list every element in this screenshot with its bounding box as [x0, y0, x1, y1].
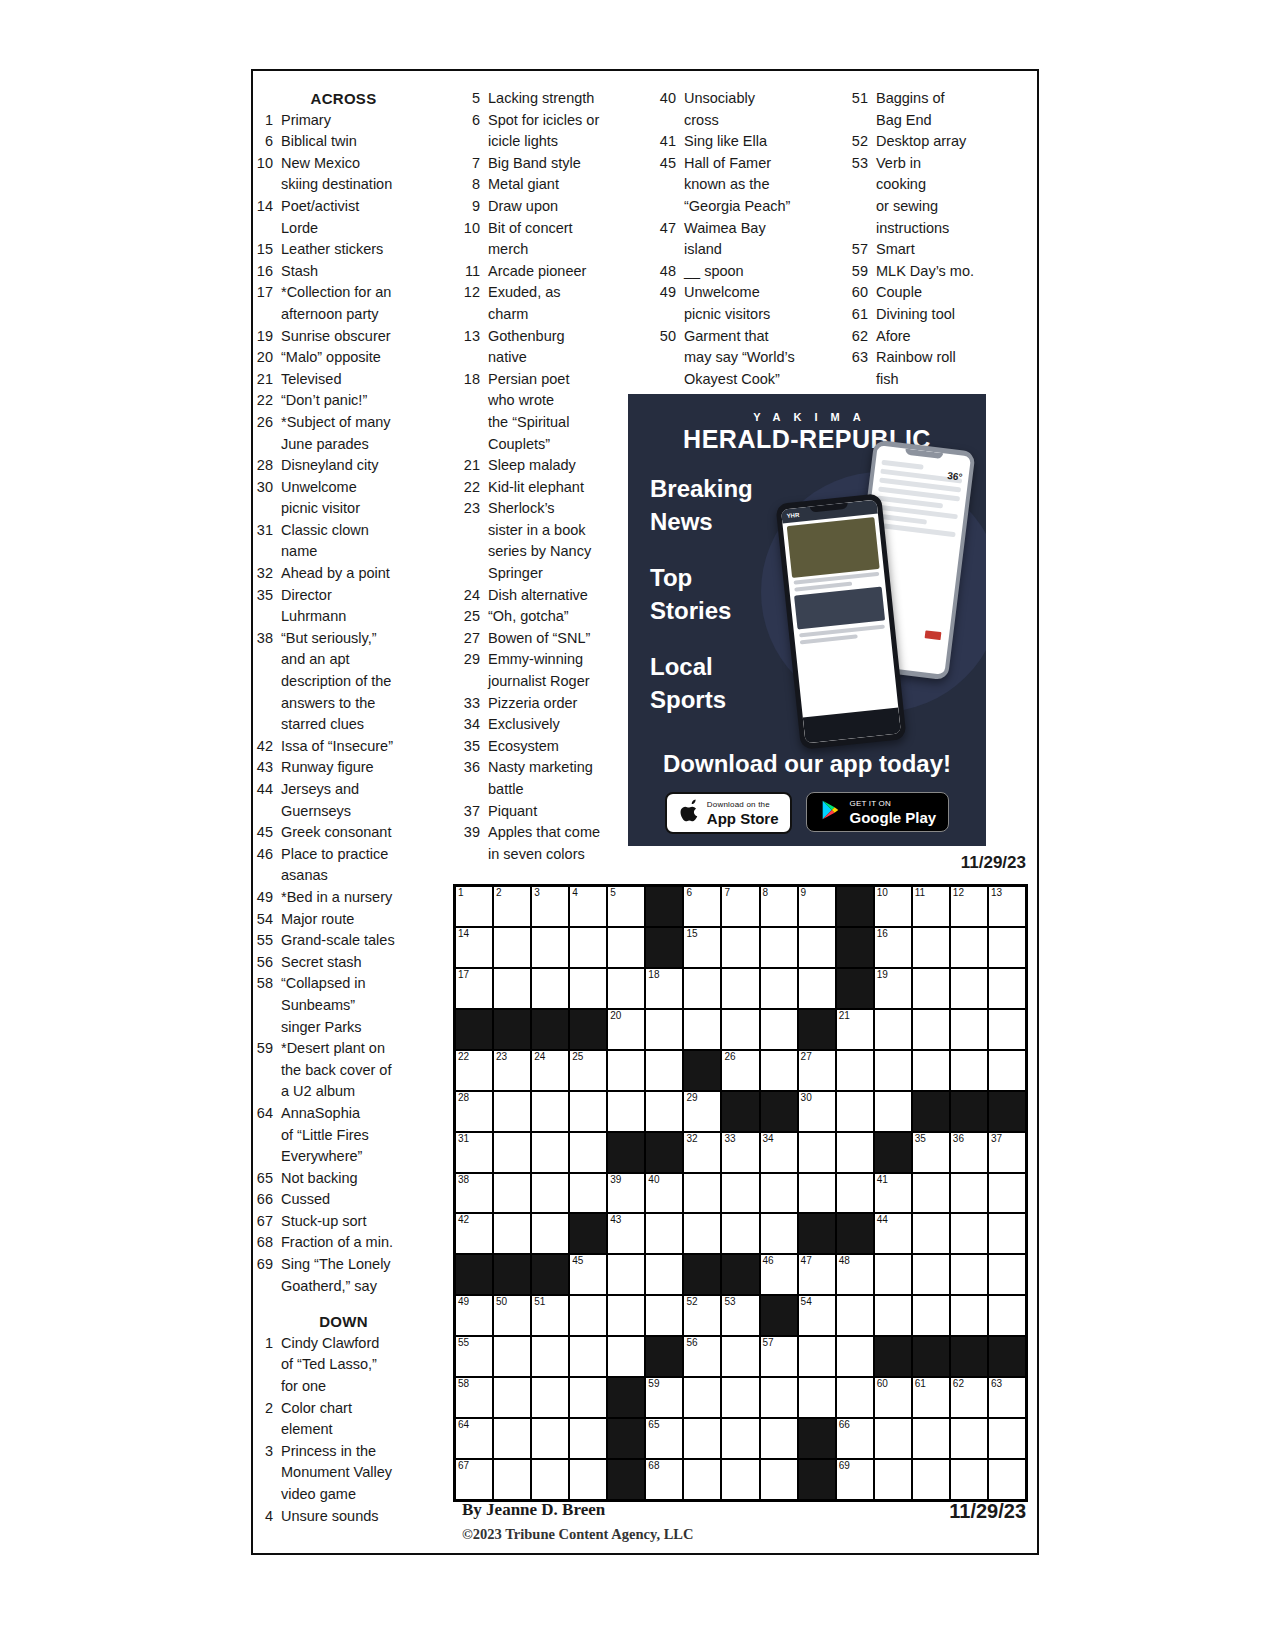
grid-cell-r9c1[interactable]: 42: [455, 1213, 493, 1254]
clue-text: New Mexico skiing destination: [281, 153, 435, 196]
grid-cell-r6c5[interactable]: [607, 1091, 645, 1132]
cell-number-29: 29: [686, 1092, 697, 1104]
grid-cell-r11c7[interactable]: 52: [683, 1295, 721, 1336]
grid-cell-r8c4[interactable]: [569, 1173, 607, 1214]
grid-cell-r10c5[interactable]: [607, 1254, 645, 1295]
grid-cell-black-r7c12: [874, 1132, 912, 1173]
grid-cell-r15c6[interactable]: 68: [645, 1459, 683, 1500]
cell-number-20: 20: [610, 1010, 621, 1022]
grid-cell-r8c9[interactable]: [760, 1173, 798, 1214]
cell-number-25: 25: [572, 1051, 583, 1063]
grid-cell-r6c7[interactable]: 29: [683, 1091, 721, 1132]
grid-cell-r3c5[interactable]: [607, 968, 645, 1009]
grid-cell-r14c15[interactable]: [988, 1418, 1026, 1459]
grid-cell-r4c5[interactable]: 20: [607, 1009, 645, 1050]
grid-cell-r11c8[interactable]: 53: [721, 1295, 759, 1336]
grid-cell-r14c4[interactable]: [569, 1418, 607, 1459]
clue-number: 2: [252, 1398, 273, 1441]
grid-cell-r1c8[interactable]: 7: [721, 886, 759, 927]
grid-cell-r7c13[interactable]: 35: [912, 1132, 950, 1173]
clue-down-1: 1Cindy Clawford of “Ted Lasso,” for one: [252, 1333, 435, 1398]
clue-number: 35: [252, 585, 273, 628]
grid-cell-r1c15[interactable]: 13: [988, 886, 1026, 927]
grid-cell-r13c4[interactable]: [569, 1377, 607, 1418]
grid-cell-r14c8[interactable]: [721, 1418, 759, 1459]
grid-cell-r14c1[interactable]: 64: [455, 1418, 493, 1459]
cell-number-3: 3: [534, 887, 540, 899]
grid-cell-black-r14c5: [607, 1418, 645, 1459]
grid-cell-r3c1[interactable]: 17: [455, 968, 493, 1009]
grid-cell-r9c12[interactable]: 44: [874, 1213, 912, 1254]
grid-cell-r3c7[interactable]: [683, 968, 721, 1009]
grid-cell-r2c5[interactable]: [607, 927, 645, 968]
grid-cell-r4c13[interactable]: [912, 1009, 950, 1050]
grid-cell-r2c8[interactable]: [721, 927, 759, 968]
grid-cell-r1c9[interactable]: 8: [760, 886, 798, 927]
grid-cell-r6c10[interactable]: 30: [798, 1091, 836, 1132]
clue-text: Sing “The Lonely Goatherd,” say: [281, 1254, 435, 1297]
clue-number: 59: [252, 1038, 273, 1103]
grid-cell-r7c2[interactable]: [493, 1132, 531, 1173]
grid-cell-r4c9[interactable]: [760, 1009, 798, 1050]
clue-text: MLK Day’s mo.: [876, 261, 1002, 283]
grid-cell-r10c9[interactable]: 46: [760, 1254, 798, 1295]
grid-cell-r12c3[interactable]: [531, 1336, 569, 1377]
clue-number: 35: [454, 736, 480, 758]
cell-number-51: 51: [534, 1296, 545, 1308]
grid-cell-r2c1[interactable]: 14: [455, 927, 493, 968]
cell-number-1: 1: [458, 887, 464, 899]
grid-cell-r5c6[interactable]: [645, 1050, 683, 1091]
grid-cell-r8c11[interactable]: [836, 1173, 874, 1214]
grid-cell-r1c2[interactable]: 2: [493, 886, 531, 927]
grid-cell-r14c3[interactable]: [531, 1418, 569, 1459]
grid-cell-r9c9[interactable]: [760, 1213, 798, 1254]
grid-cell-black-r4c3: [531, 1009, 569, 1050]
cell-number-66: 66: [839, 1419, 850, 1431]
cell-number-62: 62: [953, 1378, 964, 1390]
clue-number: 21: [454, 455, 480, 477]
grid-cell-r12c4[interactable]: [569, 1336, 607, 1377]
grid-cell-r4c6[interactable]: [645, 1009, 683, 1050]
grid-cell-r1c4[interactable]: 4: [569, 886, 607, 927]
grid-cell-r5c5[interactable]: [607, 1050, 645, 1091]
grid-cell-r14c6[interactable]: 65: [645, 1418, 683, 1459]
clue-number: 43: [252, 757, 273, 779]
cell-number-4: 4: [572, 887, 578, 899]
grid-cell-r12c2[interactable]: [493, 1336, 531, 1377]
grid-cell-r8c14[interactable]: [950, 1173, 988, 1214]
clue-text: Disneyland city: [281, 455, 435, 477]
clue-text: Kid-lit elephant: [488, 477, 624, 499]
grid-cell-r7c4[interactable]: [569, 1132, 607, 1173]
grid-cell-black-r15c10: [798, 1459, 836, 1500]
grid-cell-r10c15[interactable]: [988, 1254, 1026, 1295]
grid-cell-r14c13[interactable]: [912, 1418, 950, 1459]
grid-cell-r11c15[interactable]: [988, 1295, 1026, 1336]
clue-number: 58: [252, 973, 273, 1038]
grid-cell-r8c1[interactable]: 38: [455, 1173, 493, 1214]
app-store-badge[interactable]: Download on the App Store: [665, 792, 793, 834]
grid-cell-r13c6[interactable]: 59: [645, 1377, 683, 1418]
clue-text: Sherlock’s sister in a book series by Na…: [488, 498, 624, 584]
clue-number: 53: [842, 153, 868, 239]
grid-cell-r10c11[interactable]: 48: [836, 1254, 874, 1295]
clue-text: “Malo” opposite: [281, 347, 435, 369]
clue-number: 32: [252, 563, 273, 585]
grid-cell-r11c5[interactable]: [607, 1295, 645, 1336]
grid-cell-r7c1[interactable]: 31: [455, 1132, 493, 1173]
clue-text: Waimea Bay island: [684, 218, 812, 261]
clue-across-67: 67Stuck-up sort: [252, 1211, 435, 1233]
grid-cell-r13c13[interactable]: 61: [912, 1377, 950, 1418]
grid-cell-r9c6[interactable]: [645, 1213, 683, 1254]
phone-footer-photo: [803, 707, 901, 743]
grid-cell-r8c2[interactable]: [493, 1173, 531, 1214]
grid-cell-r3c2[interactable]: [493, 968, 531, 1009]
grid-cell-r11c14[interactable]: [950, 1295, 988, 1336]
grid-cell-r8c7[interactable]: [683, 1173, 721, 1214]
google-play-badge-label: Google Play: [849, 810, 936, 825]
grid-cell-r6c6[interactable]: [645, 1091, 683, 1132]
clue-text: Leather stickers: [281, 239, 435, 261]
grid-cell-r14c7[interactable]: [683, 1418, 721, 1459]
grid-cell-r7c11[interactable]: [836, 1132, 874, 1173]
clue-down-48: 48__ spoon: [650, 261, 812, 283]
clue-number: 13: [454, 326, 480, 369]
grid-cell-r15c3[interactable]: [531, 1459, 569, 1500]
grid-cell-r12c5[interactable]: [607, 1336, 645, 1377]
grid-cell-r10c6[interactable]: [645, 1254, 683, 1295]
grid-cell-r14c12[interactable]: [874, 1418, 912, 1459]
grid-cell-r11c6[interactable]: [645, 1295, 683, 1336]
grid-cell-r4c15[interactable]: [988, 1009, 1026, 1050]
grid-cell-r7c8[interactable]: 33: [721, 1132, 759, 1173]
grid-cell-r15c4[interactable]: [569, 1459, 607, 1500]
grid-cell-r8c6[interactable]: 40: [645, 1173, 683, 1214]
grid-cell-r13c15[interactable]: 63: [988, 1377, 1026, 1418]
grid-cell-r8c12[interactable]: 41: [874, 1173, 912, 1214]
down-clue-list-2: 5Lacking strength6Spot for icicles or ic…: [454, 88, 624, 865]
grid-cell-r1c5[interactable]: 5: [607, 886, 645, 927]
grid-cell-r13c2[interactable]: [493, 1377, 531, 1418]
grid-cell-r15c15[interactable]: [988, 1459, 1026, 1500]
across-header: ACROSS: [252, 88, 435, 110]
grid-cell-r5c15[interactable]: [988, 1050, 1026, 1091]
clue-down-62: 62Afore: [842, 326, 1002, 348]
grid-cell-r15c14[interactable]: [950, 1459, 988, 1500]
grid-cell-r2c15[interactable]: [988, 927, 1026, 968]
grid-cell-r7c15[interactable]: 37: [988, 1132, 1026, 1173]
grid-cell-r13c9[interactable]: [760, 1377, 798, 1418]
grid-cell-r9c8[interactable]: [721, 1213, 759, 1254]
grid-cell-r12c8[interactable]: [721, 1336, 759, 1377]
clue-number: 1: [252, 110, 273, 132]
grid-cell-r12c10[interactable]: [798, 1336, 836, 1377]
clue-column-2: 5Lacking strength6Spot for icicles or ic…: [454, 88, 624, 865]
cell-number-43: 43: [610, 1214, 621, 1226]
grid-cell-r10c4[interactable]: 45: [569, 1254, 607, 1295]
grid-cell-r5c1[interactable]: 22: [455, 1050, 493, 1091]
grid-cell-r5c8[interactable]: 26: [721, 1050, 759, 1091]
grid-cell-r3c9[interactable]: [760, 968, 798, 1009]
grid-cell-r10c12[interactable]: [874, 1254, 912, 1295]
grid-cell-r3c15[interactable]: [988, 968, 1026, 1009]
grid-cell-r7c14[interactable]: 36: [950, 1132, 988, 1173]
grid-cell-black-r12c6: [645, 1336, 683, 1377]
grid-cell-r3c12[interactable]: 19: [874, 968, 912, 1009]
clue-text: Jerseys and Guernseys: [281, 779, 435, 822]
grid-cell-r1c13[interactable]: 11: [912, 886, 950, 927]
grid-cell-r8c15[interactable]: [988, 1173, 1026, 1214]
cell-number-37: 37: [991, 1133, 1002, 1145]
grid-cell-r9c2[interactable]: [493, 1213, 531, 1254]
clue-down-63: 63Rainbow roll fish: [842, 347, 1002, 390]
grid-cell-black-r10c1: [455, 1254, 493, 1295]
clue-across-22: 22“Don’t panic!”: [252, 390, 435, 412]
grid-cell-r13c8[interactable]: [721, 1377, 759, 1418]
grid-cell-r8c8[interactable]: [721, 1173, 759, 1214]
clue-across-16: 16Stash: [252, 261, 435, 283]
grid-cell-r15c13[interactable]: [912, 1459, 950, 1500]
cell-number-32: 32: [686, 1133, 697, 1145]
clue-number: 22: [454, 477, 480, 499]
grid-cell-r6c4[interactable]: [569, 1091, 607, 1132]
grid-cell-r15c11[interactable]: 69: [836, 1459, 874, 1500]
grid-cell-r6c1[interactable]: 28: [455, 1091, 493, 1132]
cell-number-61: 61: [915, 1378, 926, 1390]
grid-cell-r8c13[interactable]: [912, 1173, 950, 1214]
grid-cell-r5c2[interactable]: 23: [493, 1050, 531, 1091]
grid-cell-r3c13[interactable]: [912, 968, 950, 1009]
grid-cell-black-r4c4: [569, 1009, 607, 1050]
grid-cell-r5c12[interactable]: [874, 1050, 912, 1091]
grid-cell-r1c7[interactable]: 6: [683, 886, 721, 927]
grid-cell-r5c11[interactable]: [836, 1050, 874, 1091]
clue-down-27: 27Bowen of “SNL”: [454, 628, 624, 650]
grid-cell-r11c13[interactable]: [912, 1295, 950, 1336]
clue-across-59: 59*Desert plant on the back cover of a U…: [252, 1038, 435, 1103]
grid-cell-r14c9[interactable]: [760, 1418, 798, 1459]
grid-cell-r4c14[interactable]: [950, 1009, 988, 1050]
grid-cell-r12c7[interactable]: 56: [683, 1336, 721, 1377]
grid-cell-r2c2[interactable]: [493, 927, 531, 968]
clue-number: 62: [842, 326, 868, 348]
grid-cell-r13c10[interactable]: [798, 1377, 836, 1418]
clue-text: Spot for icicles or icicle lights: [488, 110, 624, 153]
grid-cell-r13c7[interactable]: [683, 1377, 721, 1418]
grid-cell-r9c14[interactable]: [950, 1213, 988, 1254]
grid-cell-r4c8[interactable]: [721, 1009, 759, 1050]
cell-number-67: 67: [458, 1460, 469, 1472]
clue-down-61: 61Divining tool: [842, 304, 1002, 326]
grid-cell-r5c9[interactable]: [760, 1050, 798, 1091]
grid-cell-r8c10[interactable]: [798, 1173, 836, 1214]
grid-cell-r15c1[interactable]: 67: [455, 1459, 493, 1500]
grid-cell-r3c10[interactable]: [798, 968, 836, 1009]
grid-cell-r11c1[interactable]: 49: [455, 1295, 493, 1336]
grid-cell-r4c7[interactable]: [683, 1009, 721, 1050]
clue-number: 68: [252, 1232, 273, 1254]
grid-cell-r15c8[interactable]: [721, 1459, 759, 1500]
grid-cell-r11c3[interactable]: 51: [531, 1295, 569, 1336]
cell-number-53: 53: [724, 1296, 735, 1308]
clue-number: 21: [252, 369, 273, 391]
grid-cell-r1c12[interactable]: 10: [874, 886, 912, 927]
grid-cell-r11c11[interactable]: [836, 1295, 874, 1336]
grid-cell-r7c7[interactable]: 32: [683, 1132, 721, 1173]
grid-cell-r10c14[interactable]: [950, 1254, 988, 1295]
grid-cell-r9c15[interactable]: [988, 1213, 1026, 1254]
grid-cell-r2c14[interactable]: [950, 927, 988, 968]
grid-cell-black-r5c7: [683, 1050, 721, 1091]
clue-number: 14: [252, 196, 273, 239]
clue-number: 28: [252, 455, 273, 477]
grid-cell-r13c3[interactable]: [531, 1377, 569, 1418]
grid-cell-r2c3[interactable]: [531, 927, 569, 968]
grid-cell-r10c13[interactable]: [912, 1254, 950, 1295]
grid-cell-r5c3[interactable]: 24: [531, 1050, 569, 1091]
clue-text: Televised: [281, 369, 435, 391]
grid-cell-r12c1[interactable]: 55: [455, 1336, 493, 1377]
grid-cell-r1c1[interactable]: 1: [455, 886, 493, 927]
grid-cell-r5c4[interactable]: 25: [569, 1050, 607, 1091]
grid-cell-black-r1c11: [836, 886, 874, 927]
grid-cell-r3c6[interactable]: 18: [645, 968, 683, 1009]
grid-cell-r7c10[interactable]: [798, 1132, 836, 1173]
grid-cell-black-r11c9: [760, 1295, 798, 1336]
grid-cell-r4c11[interactable]: 21: [836, 1009, 874, 1050]
grid-cell-r4c12[interactable]: [874, 1009, 912, 1050]
grid-cell-r13c11[interactable]: [836, 1377, 874, 1418]
clue-text: Secret stash: [281, 952, 435, 974]
google-play-badge[interactable]: GET IT ON Google Play: [806, 792, 949, 832]
grid-cell-r9c7[interactable]: [683, 1213, 721, 1254]
clue-number: 9: [454, 196, 480, 218]
clue-number: 41: [650, 131, 676, 153]
clue-number: 22: [252, 390, 273, 412]
grid-cell-r12c9[interactable]: 57: [760, 1336, 798, 1377]
clue-across-31: 31Classic clown name: [252, 520, 435, 563]
grid-cell-black-r9c10: [798, 1213, 836, 1254]
clue-text: Runway figure: [281, 757, 435, 779]
grid-cell-r3c4[interactable]: [569, 968, 607, 1009]
grid-cell-r11c10[interactable]: 54: [798, 1295, 836, 1336]
clue-text: Sunrise obscurer: [281, 326, 435, 348]
grid-cell-r2c12[interactable]: 16: [874, 927, 912, 968]
grid-cell-r15c12[interactable]: [874, 1459, 912, 1500]
google-play-badge-kicker: GET IT ON: [849, 800, 936, 808]
grid-cell-r2c13[interactable]: [912, 927, 950, 968]
grid-cell-r9c5[interactable]: 43: [607, 1213, 645, 1254]
grid-cell-r9c3[interactable]: [531, 1213, 569, 1254]
grid-cell-r12c11[interactable]: [836, 1336, 874, 1377]
clue-text: Director Luhrmann: [281, 585, 435, 628]
cell-number-26: 26: [724, 1051, 735, 1063]
grid-cell-r3c14[interactable]: [950, 968, 988, 1009]
clue-text: Primary: [281, 110, 435, 132]
grid-cell-r5c13[interactable]: [912, 1050, 950, 1091]
clue-across-20: 20“Malo” opposite: [252, 347, 435, 369]
grid-cell-r2c4[interactable]: [569, 927, 607, 968]
puzzle-date-top: 11/29/23: [830, 853, 1026, 873]
grid-cell-r13c12[interactable]: 60: [874, 1377, 912, 1418]
grid-cell-r15c2[interactable]: [493, 1459, 531, 1500]
clue-down-8: 8Metal giant: [454, 174, 624, 196]
grid-cell-r7c3[interactable]: [531, 1132, 569, 1173]
cell-number-2: 2: [496, 887, 502, 899]
grid-cell-r15c9[interactable]: [760, 1459, 798, 1500]
clue-across-17: 17*Collection for an afternoon party: [252, 282, 435, 325]
grid-cell-r5c10[interactable]: 27: [798, 1050, 836, 1091]
clue-number: 30: [252, 477, 273, 520]
clue-down-35: 35Ecosystem: [454, 736, 624, 758]
grid-cell-r1c3[interactable]: 3: [531, 886, 569, 927]
cell-number-30: 30: [801, 1092, 812, 1104]
cell-number-63: 63: [991, 1378, 1002, 1390]
ad-brand-kicker: YAKIMA: [628, 411, 986, 423]
clue-number: 36: [454, 757, 480, 800]
grid-cell-black-r3c11: [836, 968, 874, 1009]
grid-cell-r11c12[interactable]: [874, 1295, 912, 1336]
grid-cell-r13c1[interactable]: 58: [455, 1377, 493, 1418]
grid-cell-r7c9[interactable]: 34: [760, 1132, 798, 1173]
clue-down-10: 10Bit of concert merch: [454, 218, 624, 261]
grid-cell-r5c14[interactable]: [950, 1050, 988, 1091]
clue-number: 64: [252, 1103, 273, 1168]
grid-cell-r2c9[interactable]: [760, 927, 798, 968]
grid-cell-r6c11[interactable]: [836, 1091, 874, 1132]
grid-cell-r3c3[interactable]: [531, 968, 569, 1009]
grid-cell-r11c4[interactable]: [569, 1295, 607, 1336]
clue-across-54: 54Major route: [252, 909, 435, 931]
grid-cell-r13c14[interactable]: 62: [950, 1377, 988, 1418]
grid-cell-r8c5[interactable]: 39: [607, 1173, 645, 1214]
grid-cell-r6c12[interactable]: [874, 1091, 912, 1132]
clue-down-57: 57Smart: [842, 239, 1002, 261]
cell-number-5: 5: [610, 887, 616, 899]
grid-cell-r6c3[interactable]: [531, 1091, 569, 1132]
grid-cell-r3c8[interactable]: [721, 968, 759, 1009]
grid-cell-r8c3[interactable]: [531, 1173, 569, 1214]
grid-cell-r1c10[interactable]: 9: [798, 886, 836, 927]
clue-text: Sing like Ella: [684, 131, 812, 153]
clue-text: Unwelcome picnic visitor: [281, 477, 435, 520]
clue-text: “Oh, gotcha”: [488, 606, 624, 628]
grid-cell-r11c2[interactable]: 50: [493, 1295, 531, 1336]
cell-number-21: 21: [839, 1010, 850, 1022]
grid-cell-r14c2[interactable]: [493, 1418, 531, 1459]
grid-cell-r9c13[interactable]: [912, 1213, 950, 1254]
grid-cell-r2c7[interactable]: 15: [683, 927, 721, 968]
clue-down-5: 5Lacking strength: [454, 88, 624, 110]
store-badges: Download on the App Store GET IT ON Goog…: [628, 792, 986, 834]
grid-cell-r10c10[interactable]: 47: [798, 1254, 836, 1295]
grid-cell-r1c14[interactable]: 12: [950, 886, 988, 927]
clue-number: 51: [842, 88, 868, 131]
clue-text: Bowen of “SNL”: [488, 628, 624, 650]
clue-text: Color chart element: [281, 1398, 435, 1441]
grid-cell-r15c7[interactable]: [683, 1459, 721, 1500]
clue-number: 25: [454, 606, 480, 628]
grid-cell-r6c2[interactable]: [493, 1091, 531, 1132]
clue-number: 4: [252, 1506, 273, 1528]
grid-cell-r14c11[interactable]: 66: [836, 1418, 874, 1459]
clue-number: 10: [252, 153, 273, 196]
grid-cell-r14c14[interactable]: [950, 1418, 988, 1459]
clue-text: Grand-scale tales: [281, 930, 435, 952]
grid-cell-r2c10[interactable]: [798, 927, 836, 968]
